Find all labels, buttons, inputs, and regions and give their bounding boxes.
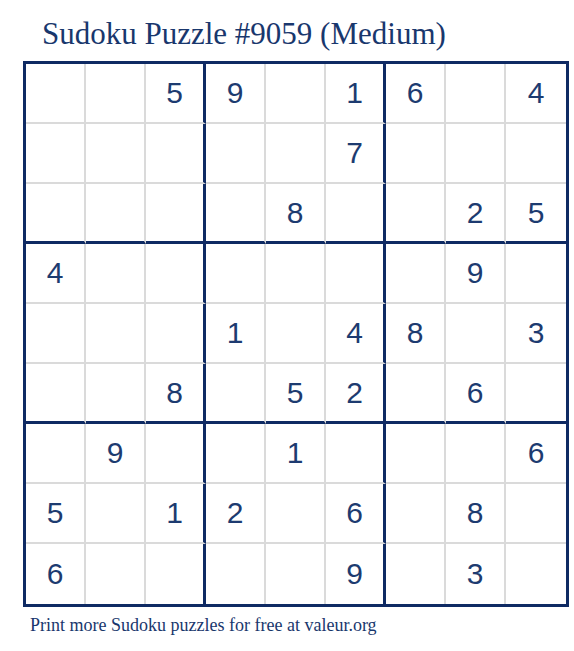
cell-r7c9: 6 [506,424,566,484]
cell-r6c3: 8 [146,364,206,424]
cell-r9c9 [506,544,566,604]
cell-r8c3: 1 [146,484,206,544]
cell-r8c6: 6 [326,484,386,544]
cell-r3c1 [26,184,86,244]
cell-r7c1 [26,424,86,484]
cell-r6c4 [206,364,266,424]
cell-r7c6 [326,424,386,484]
sudoku-grid: 591647825491483852691651268693 [23,61,569,607]
cell-r1c9: 4 [506,64,566,124]
cell-r1c6: 1 [326,64,386,124]
cell-r8c1: 5 [26,484,86,544]
cell-r5c4: 1 [206,304,266,364]
cell-r5c6: 4 [326,304,386,364]
cell-r2c8 [446,124,506,184]
cell-r8c8: 8 [446,484,506,544]
cell-r2c1 [26,124,86,184]
cell-r3c8: 2 [446,184,506,244]
cell-r6c9 [506,364,566,424]
cell-r7c4 [206,424,266,484]
cell-r4c4 [206,244,266,304]
cell-r8c4: 2 [206,484,266,544]
cell-r4c5 [266,244,326,304]
cell-r6c5: 5 [266,364,326,424]
cell-r3c3 [146,184,206,244]
cell-r4c7 [386,244,446,304]
cell-r2c4 [206,124,266,184]
cell-r9c8: 3 [446,544,506,604]
cell-r2c6: 7 [326,124,386,184]
cell-r9c6: 9 [326,544,386,604]
cell-r5c5 [266,304,326,364]
cell-r4c9 [506,244,566,304]
cell-r9c5 [266,544,326,604]
cell-r7c5: 1 [266,424,326,484]
cell-r4c6 [326,244,386,304]
cell-r6c1 [26,364,86,424]
cell-r5c2 [86,304,146,364]
cell-r5c8 [446,304,506,364]
cell-r1c3: 5 [146,64,206,124]
cell-r4c1: 4 [26,244,86,304]
cell-r4c3 [146,244,206,304]
page-title: Sudoku Puzzle #9059 (Medium) [42,16,446,52]
cell-r3c6 [326,184,386,244]
cell-r3c4 [206,184,266,244]
cell-r5c1 [26,304,86,364]
cell-r2c9 [506,124,566,184]
cell-r8c9 [506,484,566,544]
cell-r8c7 [386,484,446,544]
cell-r1c2 [86,64,146,124]
cell-r5c3 [146,304,206,364]
cell-r9c2 [86,544,146,604]
cell-r6c8: 6 [446,364,506,424]
cell-r9c4 [206,544,266,604]
cell-r9c7 [386,544,446,604]
cell-r4c2 [86,244,146,304]
cell-r2c3 [146,124,206,184]
cell-r5c7: 8 [386,304,446,364]
cell-r2c7 [386,124,446,184]
cell-r8c5 [266,484,326,544]
cell-r6c2 [86,364,146,424]
cell-r6c7 [386,364,446,424]
cell-r1c1 [26,64,86,124]
cell-r7c2: 9 [86,424,146,484]
cell-r4c8: 9 [446,244,506,304]
cell-r9c3 [146,544,206,604]
cell-r2c2 [86,124,146,184]
cell-r3c9: 5 [506,184,566,244]
cell-r9c1: 6 [26,544,86,604]
cell-r7c8 [446,424,506,484]
cell-r3c2 [86,184,146,244]
cell-r1c8 [446,64,506,124]
cell-r5c9: 3 [506,304,566,364]
cell-r3c7 [386,184,446,244]
cell-r1c4: 9 [206,64,266,124]
cell-r1c5 [266,64,326,124]
cell-r6c6: 2 [326,364,386,424]
cell-r7c3 [146,424,206,484]
cell-r1c7: 6 [386,64,446,124]
cell-r7c7 [386,424,446,484]
cell-r8c2 [86,484,146,544]
cell-r2c5 [266,124,326,184]
cell-r3c5: 8 [266,184,326,244]
footer-text: Print more Sudoku puzzles for free at va… [30,615,377,636]
